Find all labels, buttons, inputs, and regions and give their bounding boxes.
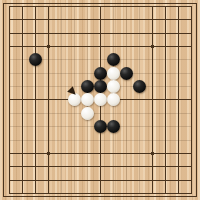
black-stone-h10[interactable] [94,67,107,80]
grid-line-vertical [178,6,179,194]
grid-line-horizontal [9,166,192,167]
black-stone-i6[interactable] [107,120,120,133]
white-stone-i8[interactable] [107,93,120,106]
black-stone-i11[interactable] [107,53,120,66]
star-point [47,45,50,48]
black-stone-h6[interactable] [94,120,107,133]
grid-line-vertical [191,6,192,194]
star-point [47,152,50,155]
black-stone-g9[interactable] [81,80,94,93]
gomoku-board[interactable] [0,0,200,200]
grid-line-horizontal [9,180,192,181]
white-stone-i10[interactable] [107,67,120,80]
white-stone-g7[interactable] [81,107,94,120]
black-stone-h9[interactable] [94,80,107,93]
star-point [151,45,154,48]
white-stone-i9[interactable] [107,80,120,93]
black-stone-j10[interactable] [120,67,133,80]
white-stone-h8[interactable] [94,93,107,106]
grid-line-horizontal [9,193,192,194]
black-stone-c11[interactable] [29,53,42,66]
white-stone-g8[interactable] [81,93,94,106]
game-screenshot [0,0,200,200]
black-stone-k9[interactable] [133,80,146,93]
star-point [151,152,154,155]
